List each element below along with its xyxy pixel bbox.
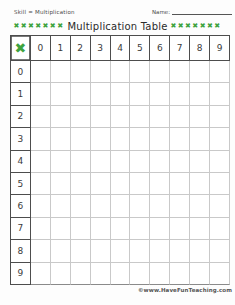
- answer-cell-r1c0[interactable]: [31, 83, 51, 105]
- answer-cell-r1c8[interactable]: [190, 83, 210, 105]
- answer-cell-r5c4[interactable]: [111, 173, 131, 195]
- row-header-7: 7: [11, 218, 31, 240]
- answer-cell-r0c4[interactable]: [111, 61, 131, 83]
- answer-cell-r0c9[interactable]: [210, 61, 230, 83]
- col-header-9: 9: [210, 36, 230, 61]
- answer-cell-r8c1[interactable]: [51, 240, 71, 262]
- answer-cell-r1c5[interactable]: [130, 83, 150, 105]
- answer-cell-r0c5[interactable]: [130, 61, 150, 83]
- row-header-9: 9: [11, 263, 31, 285]
- answer-cell-r9c2[interactable]: [71, 263, 91, 285]
- answer-cell-r1c6[interactable]: [150, 83, 170, 105]
- answer-cell-r2c8[interactable]: [190, 106, 210, 128]
- answer-cell-r7c1[interactable]: [51, 218, 71, 240]
- answer-cell-r2c6[interactable]: [150, 106, 170, 128]
- answer-cell-r5c0[interactable]: [31, 173, 51, 195]
- col-header-6: 6: [150, 36, 170, 61]
- answer-cell-r7c3[interactable]: [91, 218, 111, 240]
- answer-cell-r7c9[interactable]: [210, 218, 230, 240]
- answer-cell-r8c7[interactable]: [170, 240, 190, 262]
- answer-cell-r7c0[interactable]: [31, 218, 51, 240]
- answer-cell-r0c6[interactable]: [150, 61, 170, 83]
- answer-cell-r0c1[interactable]: [51, 61, 71, 83]
- answer-cell-r6c8[interactable]: [190, 195, 210, 217]
- answer-cell-r7c8[interactable]: [190, 218, 210, 240]
- answer-cell-r6c2[interactable]: [71, 195, 91, 217]
- answer-cell-r3c7[interactable]: [170, 128, 190, 150]
- answer-cell-r7c2[interactable]: [71, 218, 91, 240]
- skill-label: Skill = Multiplication: [14, 9, 75, 15]
- answer-cell-r5c6[interactable]: [150, 173, 170, 195]
- col-header-2: 2: [71, 36, 91, 61]
- answer-cell-r4c0[interactable]: [31, 151, 51, 173]
- row-header-1: 1: [11, 83, 31, 105]
- answer-cell-r2c3[interactable]: [91, 106, 111, 128]
- answer-cell-r1c3[interactable]: [91, 83, 111, 105]
- col-header-1: 1: [51, 36, 71, 61]
- name-field[interactable]: Name:: [152, 8, 232, 15]
- row-header-2: 2: [11, 106, 31, 128]
- answer-cell-r4c4[interactable]: [111, 151, 131, 173]
- answer-cell-r2c2[interactable]: [71, 106, 91, 128]
- answer-cell-r9c7[interactable]: [170, 263, 190, 285]
- row-header-6: 6: [11, 195, 31, 217]
- title-x-marks-right: ✖✖✖✖✖✖✖: [171, 23, 222, 30]
- answer-cell-r6c0[interactable]: [31, 195, 51, 217]
- answer-cell-r1c9[interactable]: [210, 83, 230, 105]
- row-header-0: 0: [11, 61, 31, 83]
- answer-cell-r0c0[interactable]: [31, 61, 51, 83]
- answer-cell-r8c8[interactable]: [190, 240, 210, 262]
- answer-cell-r9c8[interactable]: [190, 263, 210, 285]
- answer-cell-r5c2[interactable]: [71, 173, 91, 195]
- answer-cell-r9c6[interactable]: [150, 263, 170, 285]
- answer-cell-r6c9[interactable]: [210, 195, 230, 217]
- answer-cell-r6c1[interactable]: [51, 195, 71, 217]
- col-header-4: 4: [111, 36, 131, 61]
- answer-cell-r2c5[interactable]: [130, 106, 150, 128]
- answer-cell-r5c8[interactable]: [190, 173, 210, 195]
- answer-cell-r0c8[interactable]: [190, 61, 210, 83]
- col-header-0: 0: [31, 36, 51, 61]
- answer-cell-r5c1[interactable]: [51, 173, 71, 195]
- answer-cell-r8c2[interactable]: [71, 240, 91, 262]
- answer-cell-r3c4[interactable]: [111, 128, 131, 150]
- answer-cell-r1c7[interactable]: [170, 83, 190, 105]
- answer-cell-r7c5[interactable]: [130, 218, 150, 240]
- answer-cell-r4c7[interactable]: [170, 151, 190, 173]
- answer-cell-r9c0[interactable]: [31, 263, 51, 285]
- answer-cell-r1c1[interactable]: [51, 83, 71, 105]
- answer-cell-r5c9[interactable]: [210, 173, 230, 195]
- answer-cell-r9c1[interactable]: [51, 263, 71, 285]
- answer-cell-r5c7[interactable]: [170, 173, 190, 195]
- name-label: Name:: [152, 9, 170, 15]
- answer-cell-r0c2[interactable]: [71, 61, 91, 83]
- col-header-5: 5: [130, 36, 150, 61]
- answer-cell-r2c1[interactable]: [51, 106, 71, 128]
- answer-cell-r0c7[interactable]: [170, 61, 190, 83]
- answer-cell-r9c4[interactable]: [111, 263, 131, 285]
- answer-cell-r0c3[interactable]: [91, 61, 111, 83]
- answer-cell-r7c4[interactable]: [111, 218, 131, 240]
- answer-cell-r6c5[interactable]: [130, 195, 150, 217]
- answer-cell-r6c7[interactable]: [170, 195, 190, 217]
- row-header-8: 8: [11, 240, 31, 262]
- answer-cell-r4c3[interactable]: [91, 151, 111, 173]
- answer-cell-r4c2[interactable]: [71, 151, 91, 173]
- row-header-4: 4: [11, 151, 31, 173]
- answer-cell-r1c4[interactable]: [111, 83, 131, 105]
- answer-cell-r3c9[interactable]: [210, 128, 230, 150]
- col-header-7: 7: [170, 36, 190, 61]
- answer-cell-r3c1[interactable]: [51, 128, 71, 150]
- answer-cell-r6c4[interactable]: [111, 195, 131, 217]
- answer-cell-r4c9[interactable]: [210, 151, 230, 173]
- col-header-8: 8: [190, 36, 210, 61]
- answer-cell-r2c9[interactable]: [210, 106, 230, 128]
- answer-cell-r6c3[interactable]: [91, 195, 111, 217]
- row-header-3: 3: [11, 128, 31, 150]
- answer-cell-r3c5[interactable]: [130, 128, 150, 150]
- multiplication-grid: ✖01234567890123456789: [10, 35, 230, 285]
- answer-cell-r2c0[interactable]: [31, 106, 51, 128]
- name-underline: [172, 8, 232, 15]
- answer-cell-r4c1[interactable]: [51, 151, 71, 173]
- answer-cell-r8c6[interactable]: [150, 240, 170, 262]
- answer-cell-r5c3[interactable]: [91, 173, 111, 195]
- answer-cell-r8c9[interactable]: [210, 240, 230, 262]
- answer-cell-r2c4[interactable]: [111, 106, 131, 128]
- answer-cell-r4c8[interactable]: [190, 151, 210, 173]
- corner-green-x-icon: ✖: [11, 36, 31, 61]
- answer-cell-r3c2[interactable]: [71, 128, 91, 150]
- answer-cell-r5c5[interactable]: [130, 173, 150, 195]
- answer-cell-r4c5[interactable]: [130, 151, 150, 173]
- answer-cell-r3c0[interactable]: [31, 128, 51, 150]
- answer-cell-r8c0[interactable]: [31, 240, 51, 262]
- answer-cell-r4c6[interactable]: [150, 151, 170, 173]
- answer-cell-r3c8[interactable]: [190, 128, 210, 150]
- page-title: Multiplication Table: [67, 22, 167, 32]
- answer-cell-r8c4[interactable]: [111, 240, 131, 262]
- answer-cell-r2c7[interactable]: [170, 106, 190, 128]
- answer-cell-r6c6[interactable]: [150, 195, 170, 217]
- worksheet-page: Skill = Multiplication Name: ✖✖✖✖✖✖✖ Mul…: [0, 0, 235, 305]
- answer-cell-r7c6[interactable]: [150, 218, 170, 240]
- answer-cell-r3c6[interactable]: [150, 128, 170, 150]
- answer-cell-r9c5[interactable]: [130, 263, 150, 285]
- row-header-5: 5: [11, 173, 31, 195]
- col-header-3: 3: [91, 36, 111, 61]
- title-row: ✖✖✖✖✖✖✖ Multiplication Table ✖✖✖✖✖✖✖: [0, 20, 235, 33]
- answer-cell-r8c3[interactable]: [91, 240, 111, 262]
- answer-cell-r1c2[interactable]: [71, 83, 91, 105]
- answer-cell-r7c7[interactable]: [170, 218, 190, 240]
- answer-cell-r8c5[interactable]: [130, 240, 150, 262]
- answer-cell-r9c3[interactable]: [91, 263, 111, 285]
- answer-cell-r9c9[interactable]: [210, 263, 230, 285]
- credit-text: ©www.HaveFunTeaching.com: [138, 287, 232, 293]
- title-x-marks-left: ✖✖✖✖✖✖✖: [14, 23, 65, 30]
- answer-cell-r3c3[interactable]: [91, 128, 111, 150]
